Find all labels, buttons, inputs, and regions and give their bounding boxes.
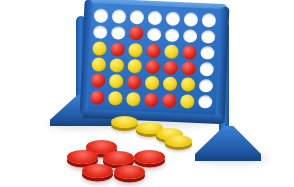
cell-r1c3 xyxy=(128,9,147,26)
empty-hole xyxy=(202,13,217,27)
empty-hole xyxy=(183,29,198,43)
cell-r4c4 xyxy=(143,58,162,75)
cell-r6c5 xyxy=(160,92,179,109)
cell-r2c5 xyxy=(163,27,182,44)
loose-red-disc xyxy=(114,165,145,179)
empty-hole xyxy=(147,27,162,41)
cell-r2c1 xyxy=(91,24,110,41)
cell-r3c3 xyxy=(126,41,145,58)
empty-hole xyxy=(200,46,215,60)
cell-r3c4 xyxy=(144,42,163,59)
cell-r6c4 xyxy=(142,91,161,108)
yellow-disc xyxy=(128,43,143,58)
red-disc xyxy=(90,90,105,105)
empty-hole xyxy=(148,11,163,25)
cell-r6c2 xyxy=(106,89,125,106)
red-disc xyxy=(182,45,197,60)
cell-r1c4 xyxy=(146,10,165,27)
empty-hole xyxy=(199,79,214,93)
loose-yellow-disc xyxy=(165,135,192,147)
empty-hole xyxy=(166,12,181,26)
yellow-disc xyxy=(162,77,177,92)
empty-hole xyxy=(94,9,109,23)
cell-r5c3 xyxy=(125,74,144,91)
empty-hole xyxy=(165,28,180,42)
cell-r2c3 xyxy=(127,25,146,42)
red-disc xyxy=(91,74,106,89)
yellow-disc xyxy=(109,58,124,73)
cell-r6c1 xyxy=(88,89,107,106)
yellow-disc xyxy=(144,76,159,91)
cell-r3c1 xyxy=(90,40,109,57)
red-disc xyxy=(144,92,159,107)
cell-r1c6 xyxy=(182,11,201,28)
cell-r5c6 xyxy=(179,76,198,93)
loose-yellow-disc xyxy=(111,116,138,128)
cell-r5c7 xyxy=(197,77,216,94)
yellow-disc xyxy=(126,91,141,106)
cell-r1c1 xyxy=(92,7,111,24)
yellow-disc xyxy=(180,94,195,109)
connect-four-board xyxy=(77,0,230,127)
cell-r4c1 xyxy=(89,56,108,73)
cell-r2c6 xyxy=(181,27,200,44)
red-disc xyxy=(181,61,196,76)
cell-r5c1 xyxy=(89,72,108,89)
cell-r3c7 xyxy=(198,45,217,62)
board-grid xyxy=(88,7,218,110)
cell-r2c7 xyxy=(199,28,218,45)
cell-r4c2 xyxy=(107,57,126,74)
loose-red-disc xyxy=(103,151,134,165)
loose-red-disc xyxy=(134,150,165,164)
empty-hole xyxy=(112,10,127,24)
cell-r2c2 xyxy=(109,24,128,41)
loose-red-disc xyxy=(82,164,113,178)
cell-r5c2 xyxy=(107,73,126,90)
right-foot xyxy=(195,126,261,161)
cell-r4c3 xyxy=(125,58,144,75)
cell-r6c3 xyxy=(124,90,143,107)
empty-hole xyxy=(93,25,108,39)
yellow-disc xyxy=(109,74,124,89)
cell-r1c7 xyxy=(200,12,219,29)
cell-r4c7 xyxy=(197,61,216,78)
red-disc xyxy=(145,60,160,75)
loose-red-disc xyxy=(67,150,98,164)
cell-r4c6 xyxy=(179,60,198,77)
empty-hole xyxy=(111,26,126,40)
yellow-disc xyxy=(180,78,195,93)
yellow-disc xyxy=(92,41,107,56)
cell-r5c4 xyxy=(143,75,162,92)
red-disc xyxy=(163,60,178,75)
empty-hole xyxy=(130,10,145,24)
cell-r2c4 xyxy=(145,26,164,43)
red-disc xyxy=(129,26,144,41)
red-disc xyxy=(146,43,161,58)
yellow-disc xyxy=(108,91,123,106)
empty-hole xyxy=(199,62,214,76)
cell-r1c5 xyxy=(164,10,183,27)
cell-r3c5 xyxy=(162,43,181,60)
yellow-disc xyxy=(127,59,142,74)
empty-hole xyxy=(198,95,213,109)
cell-r6c6 xyxy=(178,93,197,110)
empty-hole xyxy=(201,30,216,44)
cell-r6c7 xyxy=(196,93,215,110)
cell-r4c5 xyxy=(161,59,180,76)
empty-hole xyxy=(184,13,199,27)
cell-r5c5 xyxy=(161,76,180,93)
red-disc xyxy=(162,93,177,108)
yellow-disc xyxy=(164,44,179,59)
cell-r3c6 xyxy=(180,44,199,61)
connect-four-photo xyxy=(0,0,294,187)
cell-r3c2 xyxy=(108,41,127,58)
cell-r1c2 xyxy=(110,8,129,25)
yellow-disc xyxy=(91,57,106,72)
red-disc xyxy=(126,75,141,90)
red-disc xyxy=(110,42,125,57)
